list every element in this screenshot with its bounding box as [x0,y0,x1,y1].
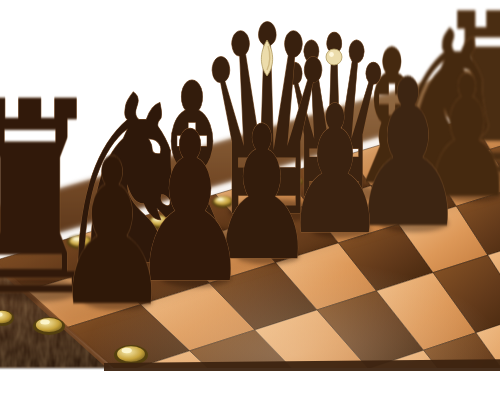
chess-set-product-photo: ♜♞♝♛♟♛♟♟♝♟♞♟♜♟ [0,0,500,400]
pawn-glyph: ♟ [53,116,171,351]
piece-pawn-h7: ♟ [53,116,171,351]
cutout-background-strip [0,371,500,400]
photo-canvas: ♜♞♝♛♟♛♟♟♝♟♞♟♜♟ [0,0,500,400]
